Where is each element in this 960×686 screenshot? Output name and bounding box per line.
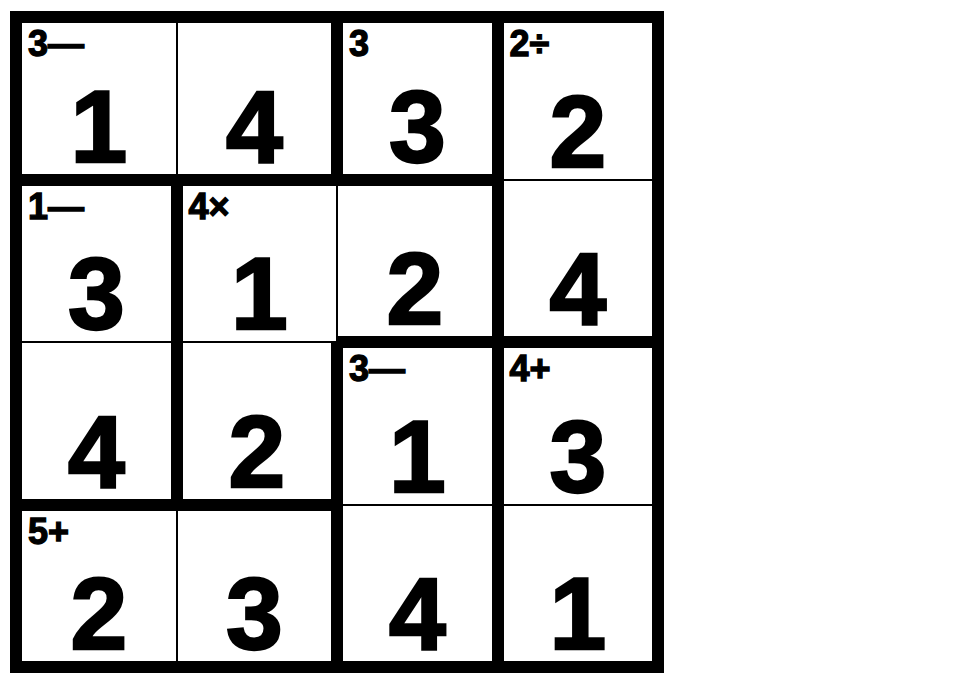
cell-value: 3 xyxy=(178,574,332,656)
cell-r1c2[interactable]: 2 xyxy=(337,180,498,343)
cell-r3c2[interactable]: 4 xyxy=(337,505,498,668)
cage-clue: 1— xyxy=(28,189,84,225)
cell-r0c2[interactable]: 33 xyxy=(337,17,498,180)
page: 3—14332÷21—34×124423—14+35+2341 xyxy=(0,0,960,686)
cell-value: 4 xyxy=(22,412,171,494)
cell-value: 2 xyxy=(338,249,492,331)
cell-r0c3[interactable]: 2÷2 xyxy=(498,17,659,180)
cell-value: 4 xyxy=(504,249,653,331)
cell-value: 1 xyxy=(22,87,176,169)
cell-value: 2 xyxy=(183,412,332,494)
cage-clue: 3— xyxy=(349,351,405,387)
cell-value: 2 xyxy=(504,92,653,174)
kenken-board: 3—14332÷21—34×124423—14+35+2341 xyxy=(10,11,664,673)
cell-r2c3[interactable]: 4+3 xyxy=(498,342,659,505)
cell-value: 4 xyxy=(343,574,492,656)
cell-r0c1[interactable]: 4 xyxy=(177,17,338,180)
cell-value: 3 xyxy=(343,87,492,169)
cell-r1c3[interactable]: 4 xyxy=(498,180,659,343)
cell-value: 1 xyxy=(504,574,653,656)
cage-clue: 5+ xyxy=(28,514,69,550)
cage-clue: 4× xyxy=(189,189,230,225)
cell-r2c2[interactable]: 3—1 xyxy=(337,342,498,505)
cell-value: 3 xyxy=(22,254,171,336)
cell-value: 4 xyxy=(178,87,332,169)
cell-r2c0[interactable]: 4 xyxy=(16,342,177,505)
cell-r1c0[interactable]: 1—3 xyxy=(16,180,177,343)
cell-r1c1[interactable]: 4×1 xyxy=(177,180,338,343)
cell-r2c1[interactable]: 2 xyxy=(177,342,338,505)
cage-clue: 3— xyxy=(28,26,84,62)
cell-r0c0[interactable]: 3—1 xyxy=(16,17,177,180)
cell-value: 1 xyxy=(183,254,337,336)
cage-clue: 3 xyxy=(349,26,369,62)
cell-r3c0[interactable]: 5+2 xyxy=(16,505,177,668)
cage-clue: 2÷ xyxy=(510,26,550,62)
cell-r3c3[interactable]: 1 xyxy=(498,505,659,668)
cell-value: 2 xyxy=(22,574,176,656)
cell-r3c1[interactable]: 3 xyxy=(177,505,338,668)
cage-clue: 4+ xyxy=(510,351,551,387)
cell-value: 3 xyxy=(504,417,653,499)
cell-value: 1 xyxy=(343,417,492,499)
